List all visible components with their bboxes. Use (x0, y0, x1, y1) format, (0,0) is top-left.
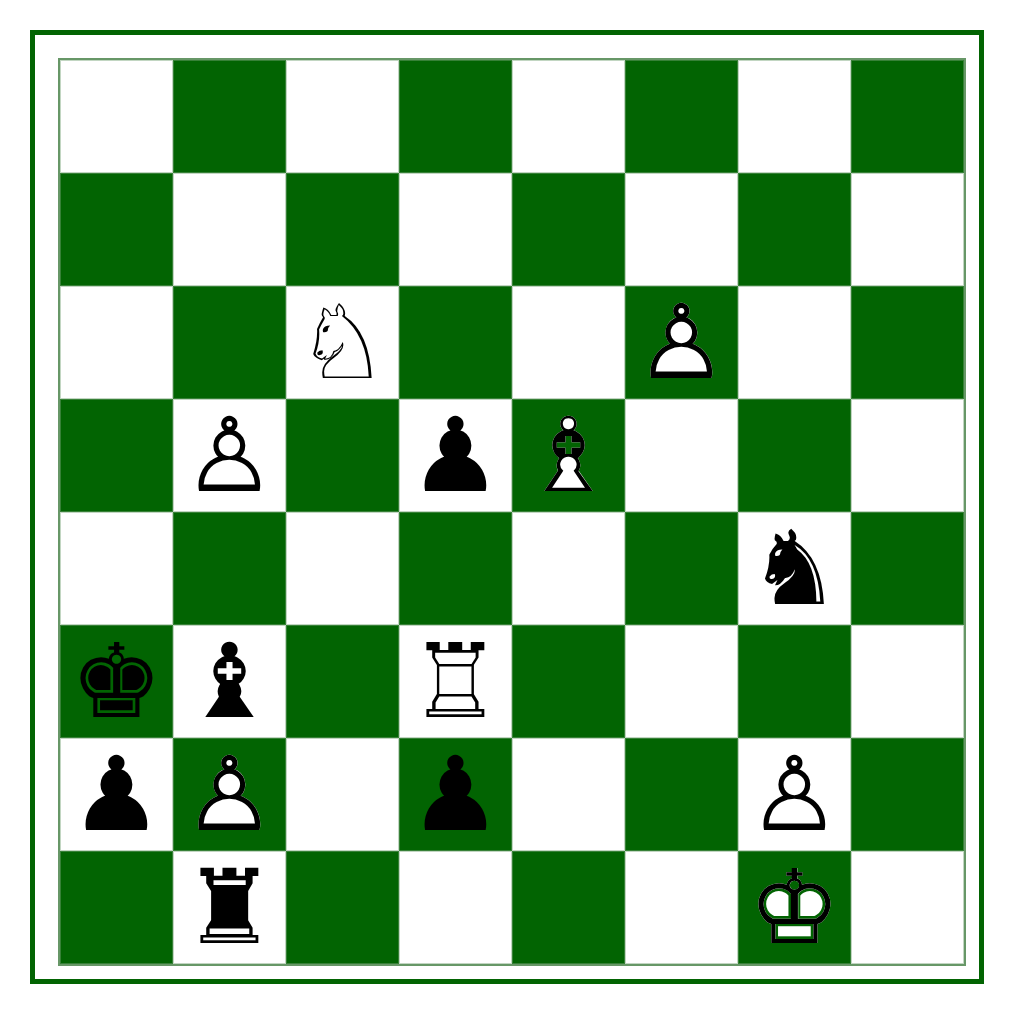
chess-board: ♞♘♟♙♟♙♟♝♗♞♚♝♜♖♟♟♙♟♟♙♜♚♔ (58, 58, 966, 966)
square-b7 (173, 173, 286, 286)
white-pawn-b2: ♟♙ (173, 738, 286, 851)
square-d1 (399, 851, 512, 964)
square-h4 (851, 512, 964, 625)
square-g5 (738, 399, 851, 512)
square-f8 (625, 60, 738, 173)
square-e1 (512, 851, 625, 964)
square-f3 (625, 625, 738, 738)
square-e4 (512, 512, 625, 625)
square-b1: ♜ (173, 851, 286, 964)
white-king-g1: ♚♔ (738, 851, 851, 964)
square-e2 (512, 738, 625, 851)
square-c2 (286, 738, 399, 851)
black-pawn-d5: ♟ (399, 399, 512, 512)
square-d2: ♟ (399, 738, 512, 851)
square-g6 (738, 286, 851, 399)
square-a4 (60, 512, 173, 625)
square-b2: ♟♙ (173, 738, 286, 851)
black-rook-b1: ♜ (173, 851, 286, 964)
square-h3 (851, 625, 964, 738)
square-f1 (625, 851, 738, 964)
square-a7 (60, 173, 173, 286)
square-b5: ♟♙ (173, 399, 286, 512)
square-d7 (399, 173, 512, 286)
black-pawn-a2: ♟ (60, 738, 173, 851)
square-g3 (738, 625, 851, 738)
black-knight-g4: ♞ (738, 512, 851, 625)
square-e7 (512, 173, 625, 286)
square-d8 (399, 60, 512, 173)
square-f5 (625, 399, 738, 512)
white-bishop-e5: ♝♗ (512, 399, 625, 512)
square-d4 (399, 512, 512, 625)
square-e5: ♝♗ (512, 399, 625, 512)
square-e8 (512, 60, 625, 173)
square-b6 (173, 286, 286, 399)
square-g4: ♞ (738, 512, 851, 625)
square-h6 (851, 286, 964, 399)
square-g1: ♚♔ (738, 851, 851, 964)
black-pawn-d2: ♟ (399, 738, 512, 851)
square-c6: ♞♘ (286, 286, 399, 399)
white-rook-d3: ♜♖ (399, 625, 512, 738)
square-c4 (286, 512, 399, 625)
square-a8 (60, 60, 173, 173)
white-knight-c6: ♞♘ (286, 286, 399, 399)
square-f6: ♟♙ (625, 286, 738, 399)
black-bishop-b3: ♝ (173, 625, 286, 738)
square-a6 (60, 286, 173, 399)
square-b8 (173, 60, 286, 173)
square-e6 (512, 286, 625, 399)
white-pawn-f6: ♟♙ (625, 286, 738, 399)
square-c7 (286, 173, 399, 286)
square-a3: ♚ (60, 625, 173, 738)
square-a5 (60, 399, 173, 512)
square-d5: ♟ (399, 399, 512, 512)
square-a2: ♟ (60, 738, 173, 851)
square-b3: ♝ (173, 625, 286, 738)
square-h7 (851, 173, 964, 286)
square-b4 (173, 512, 286, 625)
square-h8 (851, 60, 964, 173)
square-c1 (286, 851, 399, 964)
square-f2 (625, 738, 738, 851)
square-g2: ♟♙ (738, 738, 851, 851)
black-king-a3: ♚ (60, 625, 173, 738)
square-h1 (851, 851, 964, 964)
square-h5 (851, 399, 964, 512)
white-pawn-b5: ♟♙ (173, 399, 286, 512)
square-g8 (738, 60, 851, 173)
square-c3 (286, 625, 399, 738)
white-pawn-g2: ♟♙ (738, 738, 851, 851)
square-e3 (512, 625, 625, 738)
square-h2 (851, 738, 964, 851)
square-f4 (625, 512, 738, 625)
square-d3: ♜♖ (399, 625, 512, 738)
chess-diagram: ♞♘♟♙♟♙♟♝♗♞♚♝♜♖♟♟♙♟♟♙♜♚♔ (0, 0, 1024, 1024)
square-d6 (399, 286, 512, 399)
square-g7 (738, 173, 851, 286)
square-f7 (625, 173, 738, 286)
square-a1 (60, 851, 173, 964)
square-c5 (286, 399, 399, 512)
square-c8 (286, 60, 399, 173)
